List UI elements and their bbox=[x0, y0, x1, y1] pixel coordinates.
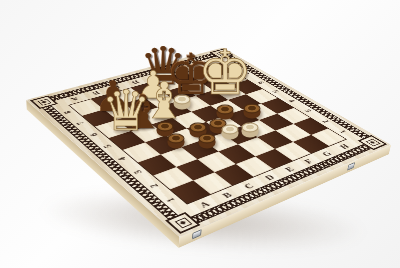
coord-label: 1 bbox=[154, 191, 188, 209]
corner-ornament-inner bbox=[216, 51, 228, 56]
square-b1 bbox=[193, 172, 232, 194]
coord-label: 8 bbox=[53, 106, 83, 119]
square-c1 bbox=[214, 164, 253, 185]
coord-label: H bbox=[330, 139, 359, 153]
square-e3 bbox=[222, 126, 257, 144]
metal-latch-icon bbox=[347, 162, 355, 171]
square-d4 bbox=[186, 122, 221, 140]
corner-ornament-inner bbox=[174, 217, 192, 228]
chess-checkers-board: ABCDEFGH ABCDEFGH 87654321 87654321 bbox=[65, 0, 347, 263]
corner-ornament-dot bbox=[370, 141, 374, 143]
coord-label: B bbox=[210, 186, 243, 204]
square-c2 bbox=[197, 152, 235, 172]
coord-label: G bbox=[312, 146, 341, 161]
metal-latch-icon bbox=[192, 229, 202, 239]
square-e2 bbox=[238, 137, 274, 156]
square-f2 bbox=[257, 131, 293, 149]
square-d2 bbox=[218, 144, 255, 164]
coord-label: 4 bbox=[106, 151, 138, 167]
square-a5 bbox=[109, 131, 145, 150]
coord-label: F bbox=[293, 154, 323, 169]
square-b4 bbox=[145, 135, 182, 154]
coord-label: 7 bbox=[65, 116, 95, 129]
square-b5 bbox=[130, 124, 166, 142]
coord-label: 5 bbox=[92, 139, 123, 154]
corner-ornament-inner bbox=[365, 139, 380, 147]
coord-label: 2 bbox=[137, 177, 171, 194]
square-e1 bbox=[255, 149, 292, 169]
coord-label: 6 bbox=[78, 127, 109, 141]
square-a3 bbox=[138, 155, 176, 176]
corner-ornament-dot bbox=[180, 221, 185, 224]
square-a4 bbox=[123, 142, 160, 162]
coord-label: A bbox=[187, 195, 221, 214]
square-a1 bbox=[170, 180, 210, 203]
square-c5 bbox=[151, 118, 186, 136]
coord-label: 3 bbox=[121, 164, 154, 180]
coord-label: C bbox=[232, 177, 264, 194]
square-c4 bbox=[166, 129, 202, 147]
corner-ornament-dot bbox=[220, 53, 223, 55]
square-c3 bbox=[181, 140, 218, 159]
square-g1 bbox=[293, 135, 329, 154]
coord-label: D bbox=[253, 169, 285, 185]
square-b3 bbox=[160, 147, 197, 167]
square-d3 bbox=[202, 133, 238, 152]
coord-label: E bbox=[274, 161, 305, 177]
product-photo-stage: ABCDEFGH ABCDEFGH 87654321 87654321 ♛♚♚♟… bbox=[0, 0, 400, 268]
square-f1 bbox=[274, 142, 311, 161]
square-d1 bbox=[235, 156, 273, 177]
corner-ornament-dot bbox=[42, 101, 47, 103]
square-a6 bbox=[95, 120, 130, 138]
square-b2 bbox=[176, 159, 214, 180]
square-a2 bbox=[153, 167, 192, 189]
corner-ornament-inner bbox=[37, 99, 51, 106]
